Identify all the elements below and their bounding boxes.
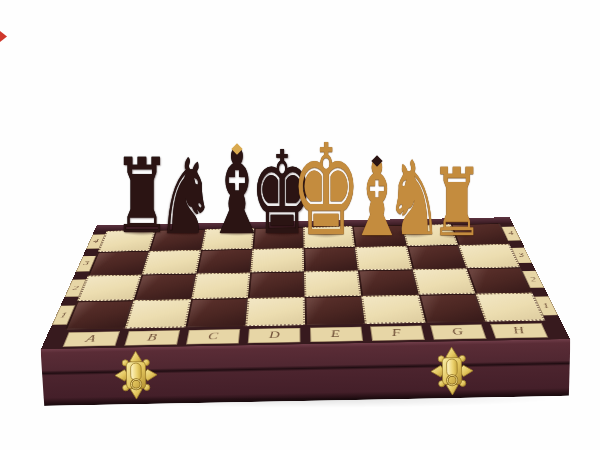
file-label-c: C [181, 326, 245, 347]
photo-stage: 44332211ABCDEFGH [0, 0, 600, 450]
square-b2 [134, 273, 196, 300]
square-c1 [185, 298, 248, 328]
file-label: A [62, 331, 120, 347]
file-label-h: H [485, 321, 554, 342]
file-label: C [186, 329, 240, 345]
file-label-f: F [365, 323, 430, 344]
file-label: B [124, 330, 180, 346]
square-f2 [358, 269, 418, 296]
square-f1 [361, 295, 425, 324]
file-label: G [430, 324, 486, 340]
square-d2 [248, 271, 305, 298]
brass-latch-2 [429, 346, 474, 397]
square-g1 [418, 293, 485, 322]
box-shadow [60, 398, 560, 408]
file-label: F [370, 325, 425, 341]
file-label-b: B [119, 327, 185, 348]
file-label: H [491, 323, 549, 339]
square-c2 [191, 272, 250, 299]
file-label-e: E [305, 324, 368, 345]
file-label-d: D [243, 325, 305, 346]
brass-latch-1 [114, 350, 159, 401]
brass-latch-icon [429, 346, 474, 397]
square-d1 [245, 297, 305, 327]
square-h2 [466, 267, 532, 293]
square-e1 [305, 296, 366, 325]
square-a2 [77, 274, 142, 301]
square-b1 [125, 299, 191, 329]
square-a1 [65, 300, 134, 330]
brass-latch-icon [114, 350, 159, 401]
file-label: E [310, 326, 363, 342]
square-g2 [412, 268, 475, 294]
file-label-a: A [57, 329, 125, 350]
file-label: D [248, 328, 301, 344]
file-label-g: G [425, 322, 492, 343]
square-e2 [304, 270, 361, 297]
piece-light-rook-h4: ♜ [431, 156, 483, 250]
